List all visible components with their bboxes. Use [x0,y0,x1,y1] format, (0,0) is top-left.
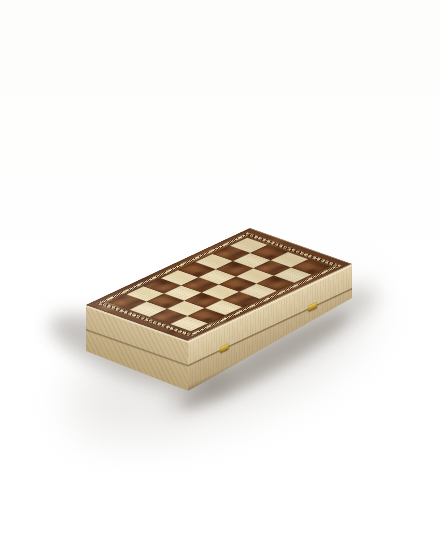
product-photo-scene [0,0,440,560]
